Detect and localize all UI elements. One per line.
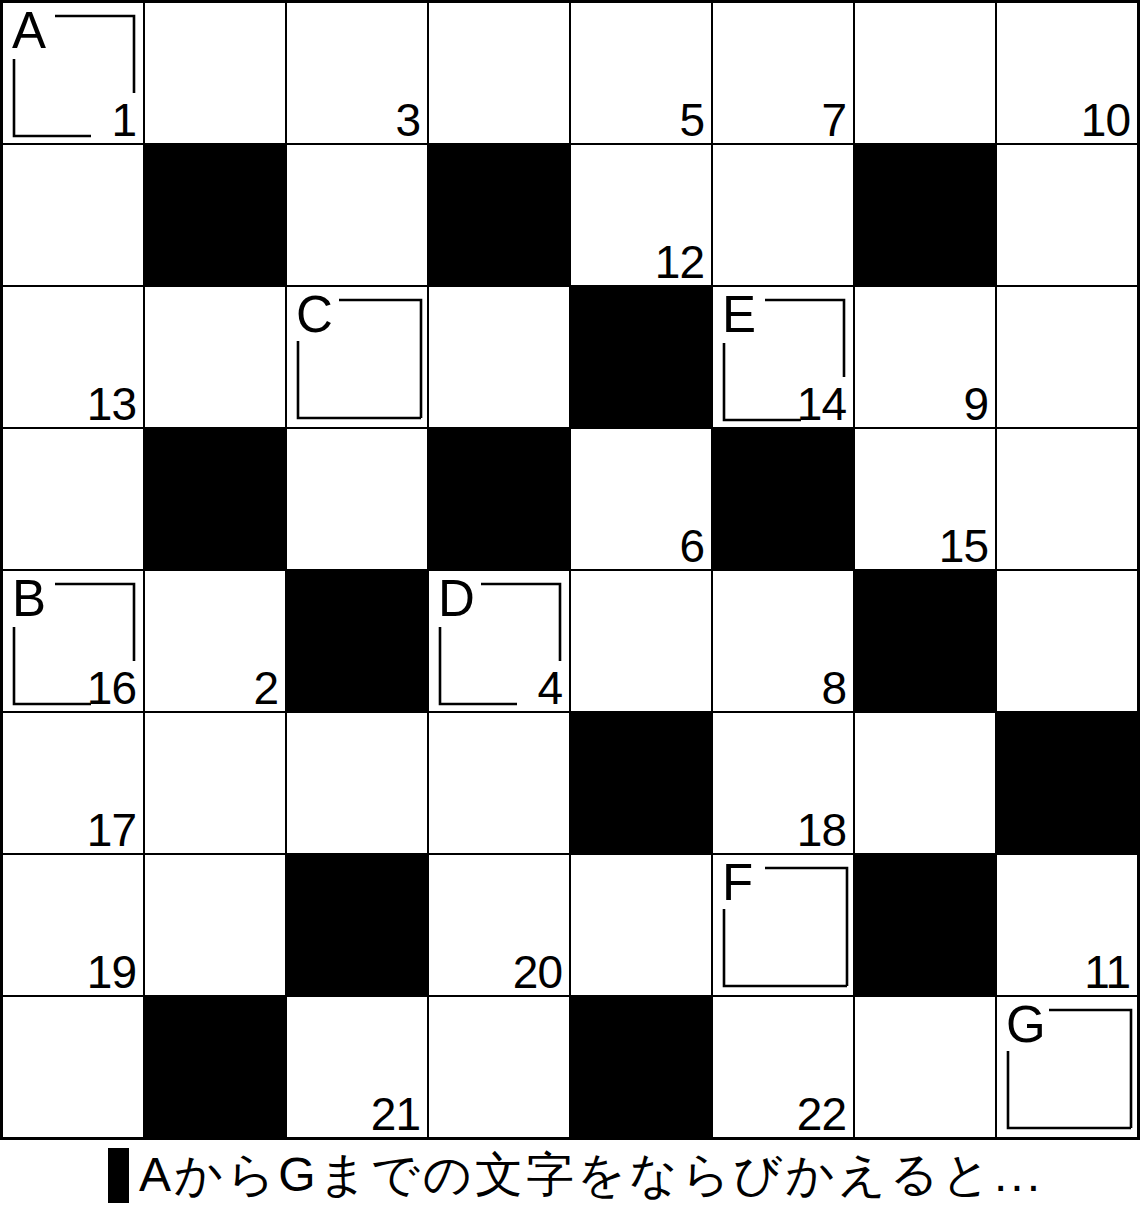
- grid-cell[interactable]: [429, 287, 569, 427]
- grid-cell[interactable]: [429, 713, 569, 853]
- caption-text: AからGまでの文字をならびかえると...: [139, 1143, 1043, 1207]
- grid-cell[interactable]: 9: [855, 287, 995, 427]
- grid-cell[interactable]: 6: [571, 429, 711, 569]
- grid-cell[interactable]: [855, 3, 995, 143]
- grid-cell[interactable]: 7: [713, 3, 853, 143]
- black-cell: [571, 287, 711, 427]
- clue-number: 19: [87, 949, 136, 995]
- grid-cell[interactable]: C: [287, 287, 427, 427]
- letter-marker: B: [12, 573, 46, 624]
- clue-number: 3: [395, 97, 420, 143]
- black-cell: [429, 145, 569, 285]
- grid-cell[interactable]: [429, 3, 569, 143]
- grid-cell[interactable]: [571, 855, 711, 995]
- grid-cell[interactable]: 12: [571, 145, 711, 285]
- grid-cell[interactable]: 21: [287, 997, 427, 1137]
- grid-cell[interactable]: [287, 713, 427, 853]
- clue-number: 18: [797, 807, 846, 853]
- grid-cell[interactable]: 13: [3, 287, 143, 427]
- black-cell: [713, 429, 853, 569]
- grid-cell[interactable]: G: [997, 997, 1137, 1137]
- clue-number: 11: [1084, 949, 1130, 995]
- caption-bullet-icon: [108, 1148, 129, 1203]
- clue-number: 16: [87, 665, 136, 711]
- clue-number: 17: [87, 807, 136, 853]
- grid-cell[interactable]: 5: [571, 3, 711, 143]
- grid-cell[interactable]: [997, 429, 1137, 569]
- clue-number: 4: [537, 665, 562, 711]
- clue-number: 6: [679, 523, 704, 569]
- grid-cell[interactable]: [997, 145, 1137, 285]
- grid-cell[interactable]: D4: [429, 571, 569, 711]
- black-cell: [145, 429, 285, 569]
- grid-cell[interactable]: 11: [997, 855, 1137, 995]
- black-cell: [145, 145, 285, 285]
- grid-cell[interactable]: A1: [3, 3, 143, 143]
- grid-cell[interactable]: 3: [287, 3, 427, 143]
- grid-cell[interactable]: [287, 145, 427, 285]
- crossword-page: A1357101213CE149615B162D4817181920F11212…: [0, 0, 1140, 1210]
- grid-cell[interactable]: 18: [713, 713, 853, 853]
- letter-marker: A: [12, 5, 46, 56]
- grid-cell[interactable]: [145, 713, 285, 853]
- grid-cell[interactable]: E14: [713, 287, 853, 427]
- grid-cell[interactable]: [571, 571, 711, 711]
- grid-cell[interactable]: B16: [3, 571, 143, 711]
- clue-number: 14: [797, 381, 846, 427]
- clue-number: 22: [797, 1091, 846, 1137]
- grid-cell[interactable]: 17: [3, 713, 143, 853]
- grid-cell[interactable]: 10: [997, 3, 1137, 143]
- black-cell: [571, 997, 711, 1137]
- grid-cell[interactable]: [145, 855, 285, 995]
- clue-number: 8: [821, 665, 846, 711]
- clue-number: 2: [253, 665, 278, 711]
- clue-number: 5: [679, 97, 704, 143]
- black-cell: [571, 713, 711, 853]
- clue-number: 12: [655, 239, 704, 285]
- grid-cell[interactable]: [145, 3, 285, 143]
- grid-cell[interactable]: [3, 429, 143, 569]
- black-cell: [287, 855, 427, 995]
- clue-number: 13: [87, 381, 136, 427]
- clue-number: 1: [111, 97, 136, 143]
- grid-cell[interactable]: [713, 145, 853, 285]
- letter-marker: C: [296, 289, 333, 340]
- clue-number: 10: [1081, 97, 1130, 143]
- clue-number: 21: [371, 1091, 420, 1137]
- grid-cell[interactable]: F: [713, 855, 853, 995]
- grid-cell[interactable]: [287, 429, 427, 569]
- black-cell: [145, 997, 285, 1137]
- grid-cell[interactable]: 8: [713, 571, 853, 711]
- grid-cell[interactable]: [429, 997, 569, 1137]
- grid-cell[interactable]: 15: [855, 429, 995, 569]
- black-cell: [997, 713, 1137, 853]
- letter-marker: D: [438, 573, 475, 624]
- grid-cell[interactable]: [855, 997, 995, 1137]
- grid-cell[interactable]: [997, 287, 1137, 427]
- grid-cell[interactable]: [997, 571, 1137, 711]
- black-cell: [287, 571, 427, 711]
- clue-number: 9: [963, 381, 988, 427]
- grid-cell[interactable]: 22: [713, 997, 853, 1137]
- grid-cell[interactable]: 20: [429, 855, 569, 995]
- clue-number: 15: [939, 523, 988, 569]
- letter-marker: E: [722, 289, 756, 340]
- black-cell: [855, 855, 995, 995]
- black-cell: [855, 145, 995, 285]
- crossword-grid: A1357101213CE149615B162D4817181920F11212…: [0, 0, 1140, 1140]
- grid-cell[interactable]: 2: [145, 571, 285, 711]
- grid-cell[interactable]: [855, 713, 995, 853]
- black-cell: [429, 429, 569, 569]
- grid-cell[interactable]: [3, 997, 143, 1137]
- letter-marker: G: [1006, 999, 1046, 1050]
- caption: AからGまでの文字をならびかえると...: [0, 1140, 1140, 1210]
- grid-cell[interactable]: 19: [3, 855, 143, 995]
- grid-cell[interactable]: [145, 287, 285, 427]
- clue-number: 20: [513, 949, 562, 995]
- clue-number: 7: [821, 97, 846, 143]
- grid-cell[interactable]: [3, 145, 143, 285]
- black-cell: [855, 571, 995, 711]
- letter-marker: F: [722, 857, 753, 908]
